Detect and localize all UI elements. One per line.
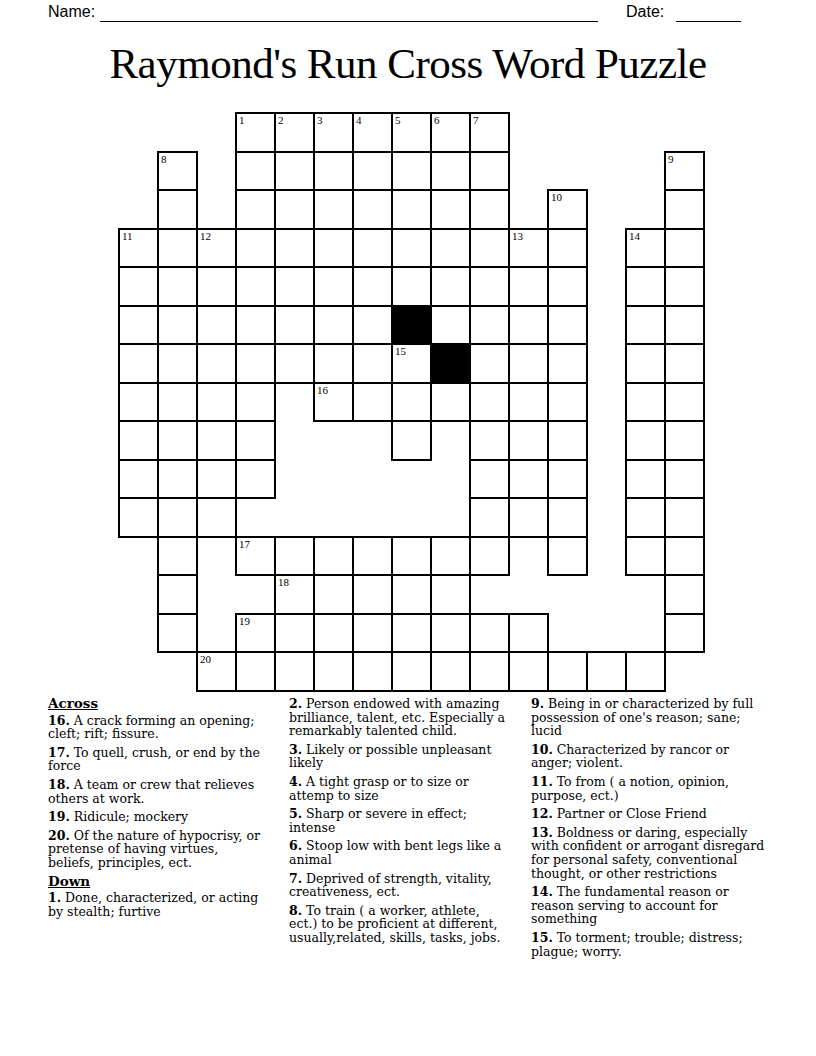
clue-number-label: 8.	[289, 903, 302, 918]
clue-number-12: 12	[200, 230, 211, 242]
clue-down-12: 12. Partner or Close Friend	[531, 807, 771, 821]
grid-cell-r9c10[interactable]	[508, 459, 549, 500]
grid-cell-r3c5[interactable]	[313, 228, 354, 269]
grid-cell-r11c11[interactable]	[547, 536, 588, 577]
grid-cell-r14c9[interactable]	[469, 651, 510, 692]
grid-cell-r0c4[interactable]: 2	[274, 112, 315, 153]
grid-cell-r0c7[interactable]: 5	[391, 112, 432, 153]
grid-cell-r11c1[interactable]	[157, 536, 198, 577]
grid-cell-r11c8[interactable]	[430, 536, 471, 577]
grid-cell-r8c11[interactable]	[547, 420, 588, 461]
black-cell	[430, 343, 471, 384]
grid-cell-r6c6[interactable]	[352, 343, 393, 384]
grid-cell-r4c5[interactable]	[313, 266, 354, 307]
clue-number-label: 17.	[48, 745, 70, 760]
clue-number-label: 5.	[289, 806, 302, 821]
clue-down-10: 10. Characterized by rancor or anger; vi…	[531, 743, 771, 770]
name-label: Name:	[48, 3, 95, 21]
grid-cell-r8c3[interactable]	[235, 420, 276, 461]
grid-cell-r13c4[interactable]	[274, 613, 315, 654]
black-cell	[391, 305, 432, 346]
grid-cell-r6c13[interactable]	[625, 343, 666, 384]
grid-cell-r2c3[interactable]	[235, 189, 276, 230]
grid-cell-r5c3[interactable]	[235, 305, 276, 346]
grid-cell-r7c6[interactable]	[352, 382, 393, 423]
crossword-grid: 1234567891011121314151617181920	[118, 112, 708, 694]
grid-cell-r7c14[interactable]	[664, 382, 705, 423]
clue-number-1: 1	[239, 114, 245, 126]
grid-cell-r4c11[interactable]	[547, 266, 588, 307]
grid-cell-r11c13[interactable]	[625, 536, 666, 577]
grid-cell-r7c0[interactable]	[118, 382, 159, 423]
grid-cell-r13c9[interactable]	[469, 613, 510, 654]
grid-cell-r2c8[interactable]	[430, 189, 471, 230]
grid-cell-r8c13[interactable]	[625, 420, 666, 461]
grid-cell-r2c9[interactable]	[469, 189, 510, 230]
clue-down-13: 13. Boldness or daring, especially with …	[531, 826, 771, 880]
grid-cell-r8c10[interactable]	[508, 420, 549, 461]
clue-number-9: 9	[668, 153, 674, 165]
grid-cell-r0c9[interactable]: 7	[469, 112, 510, 153]
grid-cell-r9c11[interactable]	[547, 459, 588, 500]
clue-number-label: 12.	[531, 806, 553, 821]
grid-cell-r4c14[interactable]	[664, 266, 705, 307]
clue-number-6: 6	[434, 114, 440, 126]
clue-across-18: 18. A team or crew that relieves others …	[48, 778, 264, 805]
grid-cell-r5c0[interactable]	[118, 305, 159, 346]
grid-cell-r7c2[interactable]	[196, 382, 237, 423]
grid-cell-r4c7[interactable]	[391, 266, 432, 307]
grid-cell-r6c3[interactable]	[235, 343, 276, 384]
grid-cell-r3c14[interactable]	[664, 228, 705, 269]
name-blank-line[interactable]	[100, 6, 598, 22]
grid-cell-r1c5[interactable]	[313, 151, 354, 192]
grid-cell-r7c5[interactable]: 16	[313, 382, 354, 423]
clue-across-20: 20. Of the nature of hypocrisy, or prete…	[48, 829, 264, 870]
grid-cell-r10c0[interactable]	[118, 497, 159, 538]
clue-down-5: 5. Sharp or severe in effect; intense	[289, 807, 511, 834]
across-heading: Across	[48, 697, 264, 711]
grid-cell-r7c1[interactable]	[157, 382, 198, 423]
clue-number-5: 5	[395, 114, 401, 126]
grid-cell-r6c14[interactable]	[664, 343, 705, 384]
grid-cell-r14c4[interactable]	[274, 651, 315, 692]
clue-down-6: 6. Stoop low with bent legs like a anima…	[289, 839, 511, 866]
grid-cell-r2c4[interactable]	[274, 189, 315, 230]
clue-number-18: 18	[278, 576, 289, 588]
grid-cell-r13c3[interactable]: 19	[235, 613, 276, 654]
clue-down-15: 15. To torment; trouble; distress; plagu…	[531, 931, 771, 958]
grid-cell-r4c0[interactable]	[118, 266, 159, 307]
grid-cell-r10c11[interactable]	[547, 497, 588, 538]
grid-cell-r3c3[interactable]	[235, 228, 276, 269]
grid-cell-r9c14[interactable]	[664, 459, 705, 500]
grid-cell-r14c10[interactable]	[508, 651, 549, 692]
grid-cell-r9c13[interactable]	[625, 459, 666, 500]
grid-cell-r5c9[interactable]	[469, 305, 510, 346]
grid-cell-r5c14[interactable]	[664, 305, 705, 346]
grid-cell-r14c8[interactable]	[430, 651, 471, 692]
grid-cell-r0c5[interactable]: 3	[313, 112, 354, 153]
grid-cell-r2c14[interactable]	[664, 189, 705, 230]
grid-cell-r0c3[interactable]: 1	[235, 112, 276, 153]
grid-cell-r4c9[interactable]	[469, 266, 510, 307]
grid-cell-r14c2[interactable]: 20	[196, 651, 237, 692]
clue-number-label: 10.	[531, 742, 553, 757]
grid-cell-r13c6[interactable]	[352, 613, 393, 654]
clue-number-7: 7	[473, 114, 479, 126]
clue-number-label: 7.	[289, 871, 302, 886]
grid-cell-r4c2[interactable]	[196, 266, 237, 307]
clue-number-10: 10	[551, 191, 562, 203]
grid-cell-r5c1[interactable]	[157, 305, 198, 346]
grid-cell-r11c6[interactable]	[352, 536, 393, 577]
grid-cell-r7c10[interactable]	[508, 382, 549, 423]
clue-number-label: 6.	[289, 838, 302, 853]
clue-number-label: 13.	[531, 825, 553, 840]
clue-number-13: 13	[512, 230, 523, 242]
grid-cell-r14c7[interactable]	[391, 651, 432, 692]
grid-cell-r14c6[interactable]	[352, 651, 393, 692]
clues-column-2: 2. Person endowed with amazing brillianc…	[289, 697, 511, 950]
clue-number-label: 18.	[48, 777, 70, 792]
grid-cell-r1c8[interactable]	[430, 151, 471, 192]
clue-number-label: 16.	[48, 713, 70, 728]
down-heading: Down	[48, 875, 264, 889]
clue-number-8: 8	[161, 153, 167, 165]
clue-number-label: 1.	[48, 890, 61, 905]
grid-cell-r7c13[interactable]	[625, 382, 666, 423]
grid-cell-r11c7[interactable]	[391, 536, 432, 577]
grid-cell-r7c3[interactable]	[235, 382, 276, 423]
clue-number-label: 4.	[289, 774, 302, 789]
clue-down-3: 3. Likely or possible unpleasant likely	[289, 743, 511, 770]
clue-number-label: 19.	[48, 809, 70, 824]
grid-cell-r3c8[interactable]	[430, 228, 471, 269]
date-blank-line[interactable]	[676, 6, 741, 22]
clue-down-4: 4. A tight grasp or to size or attemp to…	[289, 775, 511, 802]
clue-down-7: 7. Deprived of strength, vitality, creat…	[289, 872, 511, 899]
grid-cell-r11c3[interactable]: 17	[235, 536, 276, 577]
grid-cell-r13c7[interactable]	[391, 613, 432, 654]
grid-cell-r5c10[interactable]	[508, 305, 549, 346]
puzzle-title: Raymond's Run Cross Word Puzzle	[0, 39, 816, 88]
clue-number-14: 14	[629, 230, 640, 242]
grid-cell-r0c8[interactable]: 6	[430, 112, 471, 153]
grid-cell-r10c2[interactable]	[196, 497, 237, 538]
grid-cell-r8c14[interactable]	[664, 420, 705, 461]
clue-number-label: 15.	[531, 930, 553, 945]
clue-across-16: 16. A crack forming an opening; cleft; r…	[48, 714, 264, 741]
grid-cell-r6c5[interactable]	[313, 343, 354, 384]
grid-cell-r5c6[interactable]	[352, 305, 393, 346]
clue-number-label: 20.	[48, 828, 70, 843]
grid-cell-r3c9[interactable]	[469, 228, 510, 269]
grid-cell-r11c4[interactable]	[274, 536, 315, 577]
grid-cell-r2c1[interactable]	[157, 189, 198, 230]
grid-cell-r8c9[interactable]	[469, 420, 510, 461]
grid-cell-r14c12[interactable]	[586, 651, 627, 692]
grid-cell-r6c11[interactable]	[547, 343, 588, 384]
grid-cell-r7c11[interactable]	[547, 382, 588, 423]
grid-cell-r1c14[interactable]: 9	[664, 151, 705, 192]
clue-number-15: 15	[395, 345, 406, 357]
clues-column-3: 9. Being in or characterized by full pos…	[531, 697, 771, 963]
date-label: Date:	[626, 3, 664, 21]
grid-cell-r5c13[interactable]	[625, 305, 666, 346]
grid-cell-r2c7[interactable]	[391, 189, 432, 230]
grid-cell-r6c0[interactable]	[118, 343, 159, 384]
grid-cell-r4c10[interactable]	[508, 266, 549, 307]
grid-cell-r2c6[interactable]	[352, 189, 393, 230]
grid-cell-r8c7[interactable]	[391, 420, 432, 461]
clue-number-label: 2.	[289, 696, 302, 711]
grid-cell-r6c10[interactable]	[508, 343, 549, 384]
grid-cell-r2c5[interactable]	[313, 189, 354, 230]
clue-number-2: 2	[278, 114, 284, 126]
clues-column-1: Across16. A crack forming an opening; cl…	[48, 697, 264, 923]
grid-cell-r6c7[interactable]: 15	[391, 343, 432, 384]
grid-cell-r8c2[interactable]	[196, 420, 237, 461]
grid-cell-r14c3[interactable]	[235, 651, 276, 692]
clue-number-11: 11	[122, 230, 133, 242]
grid-cell-r10c1[interactable]	[157, 497, 198, 538]
clue-number-20: 20	[200, 653, 211, 665]
grid-cell-r3c13[interactable]: 14	[625, 228, 666, 269]
grid-cell-r3c2[interactable]: 12	[196, 228, 237, 269]
grid-cell-r9c3[interactable]	[235, 459, 276, 500]
grid-cell-r5c8[interactable]	[430, 305, 471, 346]
grid-cell-r6c4[interactable]	[274, 343, 315, 384]
grid-cell-r12c8[interactable]	[430, 574, 471, 615]
clue-number-3: 3	[317, 114, 323, 126]
clue-number-label: 14.	[531, 884, 553, 899]
grid-cell-r13c8[interactable]	[430, 613, 471, 654]
grid-cell-r12c6[interactable]	[352, 574, 393, 615]
grid-cell-r7c7[interactable]	[391, 382, 432, 423]
grid-cell-r13c14[interactable]	[664, 613, 705, 654]
grid-cell-r5c11[interactable]	[547, 305, 588, 346]
grid-cell-r13c1[interactable]	[157, 613, 198, 654]
grid-cell-r12c5[interactable]	[313, 574, 354, 615]
clue-down-14: 14. The fundamental reason or reason ser…	[531, 885, 771, 926]
grid-cell-r14c13[interactable]	[625, 651, 666, 692]
grid-cell-r6c9[interactable]	[469, 343, 510, 384]
grid-cell-r1c7[interactable]	[391, 151, 432, 192]
grid-cell-r6c2[interactable]	[196, 343, 237, 384]
grid-cell-r4c1[interactable]	[157, 266, 198, 307]
grid-cell-r10c9[interactable]	[469, 497, 510, 538]
grid-cell-r3c10[interactable]: 13	[508, 228, 549, 269]
grid-cell-r3c1[interactable]	[157, 228, 198, 269]
clue-down-8: 8. To train ( a worker, athlete, ect.) t…	[289, 904, 511, 945]
grid-cell-r1c6[interactable]	[352, 151, 393, 192]
clue-number-label: 9.	[531, 696, 544, 711]
grid-cell-r5c5[interactable]	[313, 305, 354, 346]
grid-cell-r1c9[interactable]	[469, 151, 510, 192]
clue-number-4: 4	[356, 114, 362, 126]
grid-cell-r9c0[interactable]	[118, 459, 159, 500]
clue-down-2: 2. Person endowed with amazing brillianc…	[289, 697, 511, 738]
grid-cell-r3c11[interactable]	[547, 228, 588, 269]
grid-cell-r8c1[interactable]	[157, 420, 198, 461]
grid-cell-r0c6[interactable]: 4	[352, 112, 393, 153]
grid-cell-r5c4[interactable]	[274, 305, 315, 346]
grid-cell-r14c11[interactable]	[547, 651, 588, 692]
grid-cell-r5c2[interactable]	[196, 305, 237, 346]
grid-cell-r7c8[interactable]	[430, 382, 471, 423]
grid-cell-r1c1[interactable]: 8	[157, 151, 198, 192]
grid-cell-r1c3[interactable]	[235, 151, 276, 192]
grid-cell-r4c3[interactable]	[235, 266, 276, 307]
grid-cell-r10c13[interactable]	[625, 497, 666, 538]
grid-cell-r9c9[interactable]	[469, 459, 510, 500]
grid-cell-r6c1[interactable]	[157, 343, 198, 384]
clue-number-label: 11.	[531, 774, 553, 789]
grid-cell-r7c9[interactable]	[469, 382, 510, 423]
grid-cell-r14c5[interactable]	[313, 651, 354, 692]
grid-cell-r11c14[interactable]	[664, 536, 705, 577]
grid-cell-r3c7[interactable]	[391, 228, 432, 269]
clue-down-11: 11. To from ( a notion, opinion, purpose…	[531, 775, 771, 802]
clue-across-19: 19. Ridicule; mockery	[48, 810, 264, 824]
grid-cell-r9c1[interactable]	[157, 459, 198, 500]
grid-cell-r4c6[interactable]	[352, 266, 393, 307]
grid-cell-r12c7[interactable]	[391, 574, 432, 615]
grid-cell-r9c2[interactable]	[196, 459, 237, 500]
grid-cell-r13c5[interactable]	[313, 613, 354, 654]
grid-cell-r1c4[interactable]	[274, 151, 315, 192]
clue-number-16: 16	[317, 384, 328, 396]
grid-cell-r11c9[interactable]	[469, 536, 510, 577]
grid-cell-r8c0[interactable]	[118, 420, 159, 461]
grid-cell-r4c4[interactable]	[274, 266, 315, 307]
clue-down-9: 9. Being in or characterized by full pos…	[531, 697, 771, 738]
clue-across-17: 17. To quell, crush, or end by the force	[48, 746, 264, 773]
grid-cell-r4c13[interactable]	[625, 266, 666, 307]
grid-cell-r3c0[interactable]: 11	[118, 228, 159, 269]
grid-cell-r12c1[interactable]	[157, 574, 198, 615]
grid-cell-r3c6[interactable]	[352, 228, 393, 269]
grid-cell-r13c10[interactable]	[508, 613, 549, 654]
grid-cell-r10c10[interactable]	[508, 497, 549, 538]
clue-down-1: 1. Done, characterized, or acting by ste…	[48, 891, 264, 918]
grid-cell-r11c5[interactable]	[313, 536, 354, 577]
grid-cell-r4c8[interactable]	[430, 266, 471, 307]
worksheet-page: Name: Date: Raymond's Run Cross Word Puz…	[0, 0, 816, 1056]
grid-cell-r12c14[interactable]	[664, 574, 705, 615]
grid-cell-r10c14[interactable]	[664, 497, 705, 538]
clue-number-17: 17	[239, 538, 250, 550]
grid-cell-r2c11[interactable]: 10	[547, 189, 588, 230]
clue-number-label: 3.	[289, 742, 302, 757]
clue-number-19: 19	[239, 615, 250, 627]
grid-cell-r3c4[interactable]	[274, 228, 315, 269]
grid-cell-r12c4[interactable]: 18	[274, 574, 315, 615]
